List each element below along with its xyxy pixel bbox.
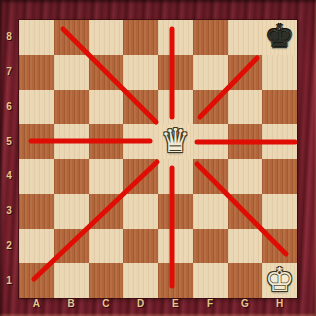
square-d8[interactable] bbox=[123, 20, 158, 55]
square-f3[interactable] bbox=[193, 194, 228, 229]
square-f4[interactable] bbox=[193, 159, 228, 194]
square-e5[interactable]: ♛ bbox=[158, 124, 193, 159]
square-h2[interactable] bbox=[262, 229, 297, 264]
square-h6[interactable] bbox=[262, 90, 297, 125]
rank-label-7: 7 bbox=[2, 65, 16, 79]
square-g8[interactable] bbox=[228, 20, 263, 55]
square-a2[interactable] bbox=[19, 229, 54, 264]
square-h5[interactable] bbox=[262, 124, 297, 159]
square-d3[interactable] bbox=[123, 194, 158, 229]
rank-label-5: 5 bbox=[2, 135, 16, 149]
square-d1[interactable] bbox=[123, 263, 158, 298]
file-label-a: A bbox=[29, 297, 43, 311]
square-d7[interactable] bbox=[123, 55, 158, 90]
square-b2[interactable] bbox=[54, 229, 89, 264]
square-g4[interactable] bbox=[228, 159, 263, 194]
square-c4[interactable] bbox=[89, 159, 124, 194]
square-g1[interactable] bbox=[228, 263, 263, 298]
square-c8[interactable] bbox=[89, 20, 124, 55]
square-h7[interactable] bbox=[262, 55, 297, 90]
square-g3[interactable] bbox=[228, 194, 263, 229]
rank-label-4: 4 bbox=[2, 169, 16, 183]
square-f1[interactable] bbox=[193, 263, 228, 298]
square-d2[interactable] bbox=[123, 229, 158, 264]
square-d4[interactable] bbox=[123, 159, 158, 194]
square-a5[interactable] bbox=[19, 124, 54, 159]
square-e2[interactable] bbox=[158, 229, 193, 264]
square-e6[interactable] bbox=[158, 90, 193, 125]
square-e8[interactable] bbox=[158, 20, 193, 55]
file-label-e: E bbox=[168, 297, 182, 311]
file-label-d: D bbox=[134, 297, 148, 311]
square-f5[interactable] bbox=[193, 124, 228, 159]
square-g2[interactable] bbox=[228, 229, 263, 264]
square-h1[interactable]: ♚ bbox=[262, 263, 297, 298]
file-label-b: B bbox=[64, 297, 78, 311]
square-g6[interactable] bbox=[228, 90, 263, 125]
square-b4[interactable] bbox=[54, 159, 89, 194]
square-f7[interactable] bbox=[193, 55, 228, 90]
square-a6[interactable] bbox=[19, 90, 54, 125]
rank-label-2: 2 bbox=[2, 239, 16, 253]
square-f6[interactable] bbox=[193, 90, 228, 125]
board-grid: ♚♛♚ bbox=[19, 20, 297, 298]
black-king[interactable]: ♚ bbox=[265, 20, 295, 55]
square-e7[interactable] bbox=[158, 55, 193, 90]
white-king[interactable]: ♚ bbox=[265, 263, 295, 298]
square-e4[interactable] bbox=[158, 159, 193, 194]
square-f8[interactable] bbox=[193, 20, 228, 55]
square-h3[interactable] bbox=[262, 194, 297, 229]
square-h8[interactable]: ♚ bbox=[262, 20, 297, 55]
square-a7[interactable] bbox=[19, 55, 54, 90]
rank-label-6: 6 bbox=[2, 100, 16, 114]
square-d6[interactable] bbox=[123, 90, 158, 125]
square-b7[interactable] bbox=[54, 55, 89, 90]
square-a4[interactable] bbox=[19, 159, 54, 194]
square-a3[interactable] bbox=[19, 194, 54, 229]
square-c1[interactable] bbox=[89, 263, 124, 298]
square-a8[interactable] bbox=[19, 20, 54, 55]
square-e1[interactable] bbox=[158, 263, 193, 298]
square-c3[interactable] bbox=[89, 194, 124, 229]
rank-label-1: 1 bbox=[2, 274, 16, 288]
square-c2[interactable] bbox=[89, 229, 124, 264]
file-label-g: G bbox=[238, 297, 252, 311]
rank-label-3: 3 bbox=[2, 204, 16, 218]
square-e3[interactable] bbox=[158, 194, 193, 229]
square-g5[interactable] bbox=[228, 124, 263, 159]
file-label-h: H bbox=[273, 297, 287, 311]
square-b8[interactable] bbox=[54, 20, 89, 55]
square-g7[interactable] bbox=[228, 55, 263, 90]
square-h4[interactable] bbox=[262, 159, 297, 194]
square-a1[interactable] bbox=[19, 263, 54, 298]
square-d5[interactable] bbox=[123, 124, 158, 159]
square-f2[interactable] bbox=[193, 229, 228, 264]
chess-board-frame: ♚♛♚ 87654321ABCDEFGH bbox=[0, 0, 316, 316]
white-queen[interactable]: ♛ bbox=[161, 124, 191, 159]
square-c5[interactable] bbox=[89, 124, 124, 159]
square-c6[interactable] bbox=[89, 90, 124, 125]
square-b5[interactable] bbox=[54, 124, 89, 159]
square-b6[interactable] bbox=[54, 90, 89, 125]
square-b1[interactable] bbox=[54, 263, 89, 298]
square-c7[interactable] bbox=[89, 55, 124, 90]
rank-label-8: 8 bbox=[2, 30, 16, 44]
square-b3[interactable] bbox=[54, 194, 89, 229]
file-label-f: F bbox=[203, 297, 217, 311]
file-label-c: C bbox=[99, 297, 113, 311]
